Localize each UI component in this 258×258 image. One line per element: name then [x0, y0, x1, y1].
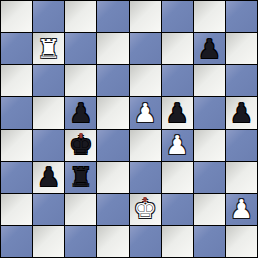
- square-h1[interactable]: [226, 226, 257, 257]
- piece-white-rook: ♜: [37, 36, 60, 62]
- square-c2[interactable]: [65, 194, 96, 225]
- square-f4[interactable]: ♟: [162, 130, 193, 161]
- square-e7[interactable]: [130, 33, 161, 64]
- king-cross-accent: [144, 197, 147, 202]
- square-f8[interactable]: [162, 1, 193, 32]
- square-f6[interactable]: [162, 65, 193, 96]
- square-f7[interactable]: [162, 33, 193, 64]
- square-c4[interactable]: ♚: [65, 130, 96, 161]
- square-e4[interactable]: [130, 130, 161, 161]
- square-a8[interactable]: [1, 1, 32, 32]
- square-e6[interactable]: [130, 65, 161, 96]
- square-f3[interactable]: [162, 162, 193, 193]
- square-d1[interactable]: [97, 226, 128, 257]
- piece-black-rook: ♜: [69, 164, 92, 190]
- square-a5[interactable]: [1, 97, 32, 128]
- piece-white-pawn: ♟: [133, 100, 156, 126]
- square-c1[interactable]: [65, 226, 96, 257]
- square-c3[interactable]: ♜: [65, 162, 96, 193]
- square-g5[interactable]: [194, 97, 225, 128]
- piece-black-pawn: ♟: [230, 100, 253, 126]
- square-h8[interactable]: [226, 1, 257, 32]
- square-e5[interactable]: ♟: [130, 97, 161, 128]
- square-a7[interactable]: [1, 33, 32, 64]
- square-c5[interactable]: ♟: [65, 97, 96, 128]
- square-g1[interactable]: [194, 226, 225, 257]
- square-b7[interactable]: ♜: [33, 33, 64, 64]
- square-h6[interactable]: [226, 65, 257, 96]
- square-a3[interactable]: [1, 162, 32, 193]
- square-f1[interactable]: [162, 226, 193, 257]
- square-h5[interactable]: ♟: [226, 97, 257, 128]
- piece-white-pawn: ♟: [166, 132, 189, 158]
- square-g2[interactable]: [194, 194, 225, 225]
- square-a4[interactable]: [1, 130, 32, 161]
- piece-black-pawn: ♟: [69, 100, 92, 126]
- square-c7[interactable]: [65, 33, 96, 64]
- piece-black-pawn: ♟: [198, 36, 221, 62]
- square-h7[interactable]: [226, 33, 257, 64]
- square-f2[interactable]: [162, 194, 193, 225]
- square-b3[interactable]: ♟: [33, 162, 64, 193]
- square-g8[interactable]: [194, 1, 225, 32]
- square-e2[interactable]: ♚: [130, 194, 161, 225]
- square-d6[interactable]: [97, 65, 128, 96]
- square-h2[interactable]: ♟: [226, 194, 257, 225]
- square-a1[interactable]: [1, 226, 32, 257]
- square-a6[interactable]: [1, 65, 32, 96]
- square-g6[interactable]: [194, 65, 225, 96]
- king-cross-accent: [79, 133, 82, 138]
- square-b2[interactable]: [33, 194, 64, 225]
- square-b1[interactable]: [33, 226, 64, 257]
- square-g7[interactable]: ♟: [194, 33, 225, 64]
- square-g4[interactable]: [194, 130, 225, 161]
- square-f5[interactable]: ♟: [162, 97, 193, 128]
- piece-black-pawn: ♟: [166, 100, 189, 126]
- square-b6[interactable]: [33, 65, 64, 96]
- square-e3[interactable]: [130, 162, 161, 193]
- square-d5[interactable]: [97, 97, 128, 128]
- square-d3[interactable]: [97, 162, 128, 193]
- square-a2[interactable]: [1, 194, 32, 225]
- piece-black-pawn: ♟: [37, 164, 60, 190]
- square-c8[interactable]: [65, 1, 96, 32]
- square-h4[interactable]: [226, 130, 257, 161]
- square-d7[interactable]: [97, 33, 128, 64]
- square-b5[interactable]: [33, 97, 64, 128]
- square-h3[interactable]: [226, 162, 257, 193]
- square-e1[interactable]: [130, 226, 161, 257]
- piece-white-pawn: ♟: [230, 196, 253, 222]
- square-d4[interactable]: [97, 130, 128, 161]
- square-e8[interactable]: [130, 1, 161, 32]
- square-c6[interactable]: [65, 65, 96, 96]
- square-d2[interactable]: [97, 194, 128, 225]
- square-b8[interactable]: [33, 1, 64, 32]
- square-d8[interactable]: [97, 1, 128, 32]
- square-g3[interactable]: [194, 162, 225, 193]
- chess-board: ♜♟♟♟♟♟♚♟♟♜♚♟: [0, 0, 258, 258]
- square-b4[interactable]: [33, 130, 64, 161]
